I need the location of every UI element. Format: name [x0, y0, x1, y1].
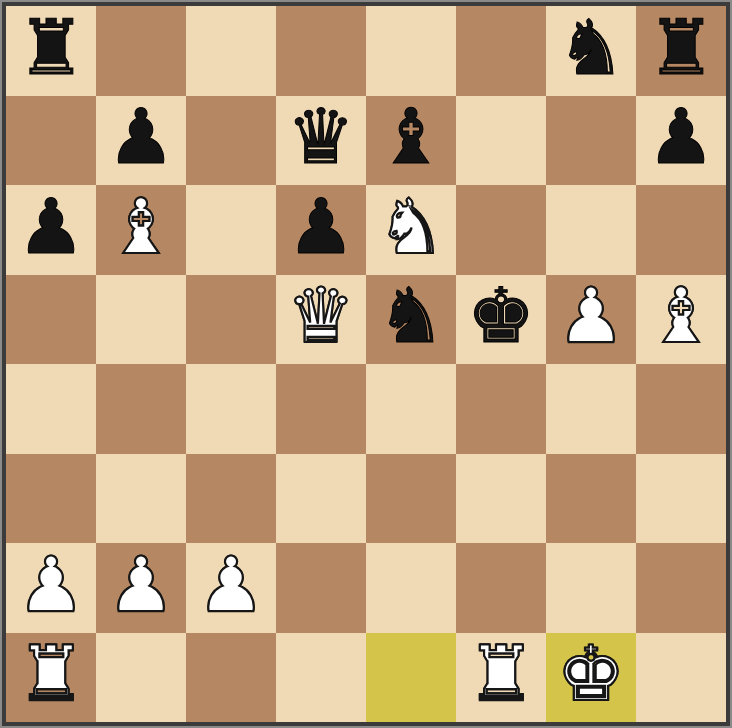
- white-knight[interactable]: ♞: [377, 189, 445, 265]
- square-a7[interactable]: [6, 96, 96, 186]
- black-knight[interactable]: ♞: [557, 10, 625, 86]
- square-h5[interactable]: ♝: [636, 275, 726, 365]
- square-e5[interactable]: ♞: [366, 275, 456, 365]
- square-d4[interactable]: [276, 364, 366, 454]
- black-rook[interactable]: ♜: [647, 10, 715, 86]
- black-pawn[interactable]: ♟: [17, 189, 85, 265]
- square-h8[interactable]: ♜: [636, 6, 726, 96]
- white-pawn[interactable]: ♟: [17, 547, 85, 623]
- square-b2[interactable]: ♟: [96, 543, 186, 633]
- square-f7[interactable]: [456, 96, 546, 186]
- square-a1[interactable]: ♜: [6, 633, 96, 723]
- black-queen[interactable]: ♛: [287, 99, 355, 175]
- black-knight[interactable]: ♞: [377, 278, 445, 354]
- square-c7[interactable]: [186, 96, 276, 186]
- square-d8[interactable]: [276, 6, 366, 96]
- board-frame: ♜♞♜♟♛♝♟♟♝♟♞♛♞♚♟♝♟♟♟♜♜♚: [0, 0, 732, 728]
- square-a4[interactable]: [6, 364, 96, 454]
- square-e6[interactable]: ♞: [366, 185, 456, 275]
- black-pawn[interactable]: ♟: [287, 189, 355, 265]
- square-f8[interactable]: [456, 6, 546, 96]
- square-d1[interactable]: [276, 633, 366, 723]
- square-c4[interactable]: [186, 364, 276, 454]
- square-g5[interactable]: ♟: [546, 275, 636, 365]
- white-rook[interactable]: ♜: [17, 636, 85, 712]
- square-e4[interactable]: [366, 364, 456, 454]
- square-e2[interactable]: [366, 543, 456, 633]
- square-a6[interactable]: ♟: [6, 185, 96, 275]
- square-h1[interactable]: [636, 633, 726, 723]
- square-h2[interactable]: [636, 543, 726, 633]
- white-queen[interactable]: ♛: [287, 278, 355, 354]
- white-pawn[interactable]: ♟: [107, 547, 175, 623]
- square-a2[interactable]: ♟: [6, 543, 96, 633]
- white-king[interactable]: ♚: [557, 636, 625, 712]
- square-g3[interactable]: [546, 454, 636, 544]
- black-pawn[interactable]: ♟: [647, 99, 715, 175]
- square-d3[interactable]: [276, 454, 366, 544]
- square-a8[interactable]: ♜: [6, 6, 96, 96]
- square-e3[interactable]: [366, 454, 456, 544]
- square-g8[interactable]: ♞: [546, 6, 636, 96]
- chess-board: ♜♞♜♟♛♝♟♟♝♟♞♛♞♚♟♝♟♟♟♜♜♚: [2, 2, 730, 726]
- square-d6[interactable]: ♟: [276, 185, 366, 275]
- square-h3[interactable]: [636, 454, 726, 544]
- white-pawn[interactable]: ♟: [557, 278, 625, 354]
- black-rook[interactable]: ♜: [17, 10, 85, 86]
- square-d2[interactable]: [276, 543, 366, 633]
- square-b4[interactable]: [96, 364, 186, 454]
- square-c2[interactable]: ♟: [186, 543, 276, 633]
- black-pawn[interactable]: ♟: [107, 99, 175, 175]
- square-f5[interactable]: ♚: [456, 275, 546, 365]
- square-c1[interactable]: [186, 633, 276, 723]
- square-f4[interactable]: [456, 364, 546, 454]
- square-a3[interactable]: [6, 454, 96, 544]
- square-c5[interactable]: [186, 275, 276, 365]
- square-b3[interactable]: [96, 454, 186, 544]
- square-g6[interactable]: [546, 185, 636, 275]
- square-f3[interactable]: [456, 454, 546, 544]
- square-h6[interactable]: [636, 185, 726, 275]
- square-c6[interactable]: [186, 185, 276, 275]
- square-h7[interactable]: ♟: [636, 96, 726, 186]
- square-g2[interactable]: [546, 543, 636, 633]
- white-bishop[interactable]: ♝: [647, 278, 715, 354]
- black-bishop[interactable]: ♝: [377, 99, 445, 175]
- square-b5[interactable]: [96, 275, 186, 365]
- square-g1[interactable]: ♚: [546, 633, 636, 723]
- square-b1[interactable]: [96, 633, 186, 723]
- square-b7[interactable]: ♟: [96, 96, 186, 186]
- square-b8[interactable]: [96, 6, 186, 96]
- square-g4[interactable]: [546, 364, 636, 454]
- square-f6[interactable]: [456, 185, 546, 275]
- black-king[interactable]: ♚: [467, 278, 535, 354]
- square-b6[interactable]: ♝: [96, 185, 186, 275]
- white-rook[interactable]: ♜: [467, 636, 535, 712]
- square-a5[interactable]: [6, 275, 96, 365]
- square-d5[interactable]: ♛: [276, 275, 366, 365]
- square-c3[interactable]: [186, 454, 276, 544]
- square-c8[interactable]: [186, 6, 276, 96]
- square-e7[interactable]: ♝: [366, 96, 456, 186]
- white-bishop[interactable]: ♝: [107, 189, 175, 265]
- square-f1[interactable]: ♜: [456, 633, 546, 723]
- white-pawn[interactable]: ♟: [197, 547, 265, 623]
- square-e1[interactable]: [366, 633, 456, 723]
- square-e8[interactable]: [366, 6, 456, 96]
- square-h4[interactable]: [636, 364, 726, 454]
- square-f2[interactable]: [456, 543, 546, 633]
- square-g7[interactable]: [546, 96, 636, 186]
- square-d7[interactable]: ♛: [276, 96, 366, 186]
